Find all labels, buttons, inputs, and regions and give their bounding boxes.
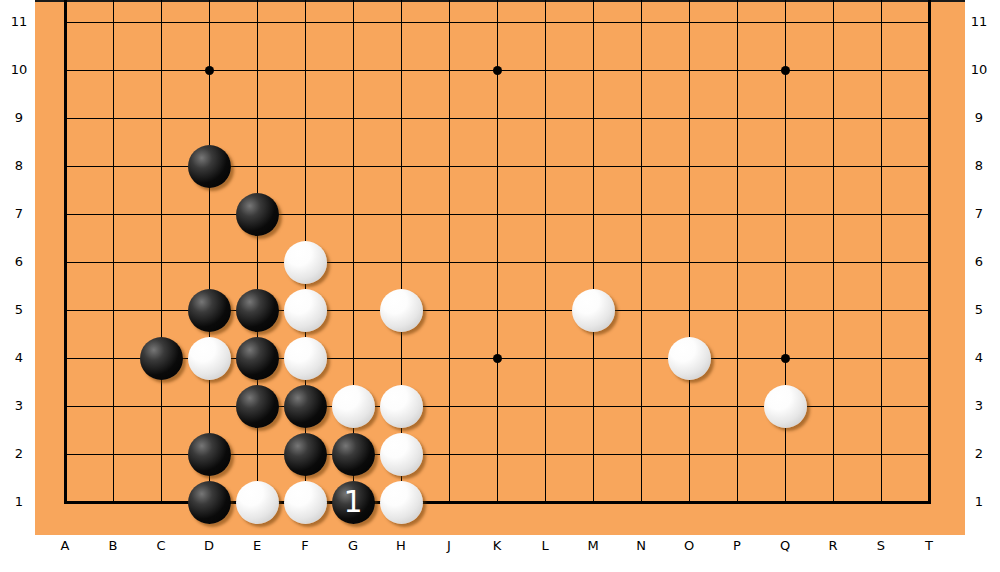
black-stone[interactable] <box>236 289 279 332</box>
grid-line-vertical <box>209 0 210 504</box>
white-stone[interactable] <box>188 337 231 380</box>
grid-line-vertical <box>593 0 594 504</box>
white-stone[interactable] <box>668 337 711 380</box>
row-label-left: 11 <box>2 13 36 31</box>
column-label: G <box>343 538 363 554</box>
column-label: S <box>871 538 891 554</box>
white-stone[interactable] <box>380 433 423 476</box>
white-stone[interactable] <box>332 385 375 428</box>
row-label-right: 4 <box>960 349 998 367</box>
go-board-surface[interactable] <box>35 0 965 535</box>
column-label: M <box>583 538 603 554</box>
column-label: K <box>487 538 507 554</box>
row-label-left: 6 <box>2 253 36 271</box>
row-label-left: 10 <box>2 61 36 79</box>
grid-line-horizontal <box>64 118 931 119</box>
white-stone[interactable] <box>764 385 807 428</box>
black-stone[interactable] <box>284 433 327 476</box>
row-label-right: 8 <box>960 157 998 175</box>
white-stone[interactable] <box>380 481 423 524</box>
white-stone[interactable] <box>236 481 279 524</box>
grid-line-vertical <box>833 0 834 504</box>
star-point <box>781 354 790 363</box>
black-stone[interactable] <box>188 433 231 476</box>
row-label-right: 3 <box>960 397 998 415</box>
grid-line-vertical <box>545 0 546 504</box>
column-label: E <box>247 538 267 554</box>
grid-line-vertical <box>737 0 738 504</box>
row-label-right: 6 <box>960 253 998 271</box>
column-label: O <box>679 538 699 554</box>
column-label: C <box>151 538 171 554</box>
star-point <box>205 66 214 75</box>
grid-line-vertical <box>353 0 354 504</box>
row-label-left: 3 <box>2 397 36 415</box>
row-label-left: 4 <box>2 349 36 367</box>
white-stone[interactable] <box>284 241 327 284</box>
column-label: B <box>103 538 123 554</box>
white-stone[interactable] <box>572 289 615 332</box>
black-stone[interactable] <box>236 385 279 428</box>
column-label: N <box>631 538 651 554</box>
grid-line-vertical <box>257 0 258 504</box>
grid-line-vertical <box>113 0 114 504</box>
black-stone[interactable] <box>188 289 231 332</box>
black-stone[interactable] <box>236 193 279 236</box>
black-stone[interactable] <box>188 481 231 524</box>
column-label: F <box>295 538 315 554</box>
white-stone[interactable] <box>284 337 327 380</box>
row-label-right: 1 <box>960 493 998 511</box>
grid-line-vertical <box>641 0 642 504</box>
star-point <box>493 354 502 363</box>
black-stone[interactable] <box>236 337 279 380</box>
black-stone[interactable] <box>188 145 231 188</box>
grid-line-vertical <box>64 0 67 504</box>
black-stone[interactable] <box>332 433 375 476</box>
column-label: J <box>439 538 459 554</box>
white-stone[interactable] <box>380 289 423 332</box>
column-label: A <box>55 538 75 554</box>
column-label: H <box>391 538 411 554</box>
black-stone[interactable] <box>140 337 183 380</box>
column-label: T <box>919 538 939 554</box>
grid-line-vertical <box>689 0 690 504</box>
column-label: Q <box>775 538 795 554</box>
row-label-right: 11 <box>960 13 998 31</box>
row-label-left: 8 <box>2 157 36 175</box>
grid-line-horizontal <box>64 22 931 23</box>
column-label: L <box>535 538 555 554</box>
grid-line-vertical <box>881 0 882 504</box>
row-label-left: 9 <box>2 109 36 127</box>
column-label: P <box>727 538 747 554</box>
grid-line-vertical <box>401 0 402 504</box>
column-label: R <box>823 538 843 554</box>
board-top-crop-line <box>35 0 965 2</box>
go-board-screenshot: 1 ABCDEFGHJKLMNOPQRST1111101099887766554… <box>0 0 1000 572</box>
star-point <box>493 66 502 75</box>
row-label-left: 7 <box>2 205 36 223</box>
move-number-label: 1 <box>343 487 362 517</box>
row-label-left: 2 <box>2 445 36 463</box>
grid-line-horizontal <box>64 262 931 263</box>
row-label-right: 5 <box>960 301 998 319</box>
row-label-left: 5 <box>2 301 36 319</box>
grid-line-vertical <box>928 0 931 504</box>
column-label: D <box>199 538 219 554</box>
grid-line-vertical <box>161 0 162 504</box>
white-stone[interactable] <box>284 481 327 524</box>
row-label-right: 9 <box>960 109 998 127</box>
row-label-right: 2 <box>960 445 998 463</box>
row-label-right: 10 <box>960 61 998 79</box>
white-stone[interactable] <box>284 289 327 332</box>
black-stone[interactable]: 1 <box>332 481 375 524</box>
row-label-left: 1 <box>2 493 36 511</box>
black-stone[interactable] <box>284 385 327 428</box>
grid-line-vertical <box>497 0 498 504</box>
row-label-right: 7 <box>960 205 998 223</box>
grid-line-vertical <box>785 0 786 504</box>
grid-line-vertical <box>449 0 450 504</box>
grid-line-horizontal <box>64 214 931 215</box>
star-point <box>781 66 790 75</box>
white-stone[interactable] <box>380 385 423 428</box>
